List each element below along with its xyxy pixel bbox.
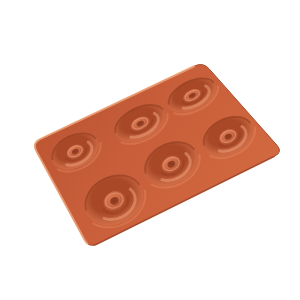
photo-canvas	[0, 0, 300, 300]
product-photo	[0, 0, 300, 300]
